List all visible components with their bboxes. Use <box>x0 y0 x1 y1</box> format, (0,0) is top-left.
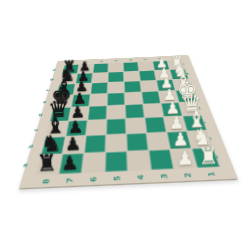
square-a5 <box>105 151 128 172</box>
square-a1: ♜ <box>192 147 221 168</box>
square-b4 <box>126 133 148 151</box>
square-d5 <box>107 105 126 119</box>
square-e6 <box>89 93 107 106</box>
square-c5 <box>106 118 126 134</box>
coordinate-label: 3 <box>142 55 147 64</box>
white-pawn-icon: ♟ <box>176 149 194 169</box>
square-e5 <box>107 93 125 106</box>
square-c6 <box>86 119 107 135</box>
square-c4 <box>126 118 147 134</box>
coordinate-label: 4 <box>128 56 133 65</box>
square-f6 <box>90 82 107 94</box>
square-a6 <box>82 152 106 173</box>
coordinate-label: 5 <box>114 56 118 65</box>
coordinate-label: 6 <box>99 57 104 66</box>
square-a2: ♟ <box>170 148 197 169</box>
square-b6 <box>84 135 106 153</box>
black-rook-icon: ♜ <box>36 151 58 175</box>
chess-board: 87654321 87654321 hgfedcba hgfedcba ♜♟♟♜… <box>19 55 239 189</box>
white-rook-icon: ♜ <box>197 144 219 168</box>
product-photo: 87654321 87654321 hgfedcba hgfedcba ♜♟♟♜… <box>0 0 250 250</box>
coordinate-label: h <box>180 63 196 65</box>
square-b5 <box>105 134 127 152</box>
square-a4 <box>127 150 151 171</box>
square-f5 <box>107 82 124 94</box>
black-pawn-icon: ♟ <box>61 154 79 174</box>
square-e4 <box>124 92 142 105</box>
square-f4 <box>124 81 141 93</box>
square-d6 <box>88 106 107 121</box>
coordinate-label: g <box>183 72 200 75</box>
square-d4 <box>125 104 145 118</box>
square-a7: ♟ <box>59 153 84 174</box>
